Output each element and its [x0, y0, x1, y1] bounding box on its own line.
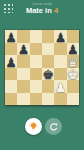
square-b6[interactable]: [17, 30, 29, 43]
square-e6[interactable]: ♟: [54, 30, 66, 43]
lightbulb-icon: [29, 122, 38, 131]
hint-button[interactable]: [25, 118, 42, 135]
title-prefix: Mate in: [26, 6, 54, 15]
square-a3[interactable]: [5, 68, 17, 81]
square-d5[interactable]: [42, 43, 54, 56]
square-c2[interactable]: [30, 80, 42, 93]
square-a5[interactable]: [5, 43, 17, 56]
square-b5[interactable]: ♟: [17, 43, 29, 56]
square-e3[interactable]: [54, 68, 66, 81]
square-e2[interactable]: ♟: [54, 80, 66, 93]
square-a2[interactable]: [5, 80, 17, 93]
square-d6[interactable]: [42, 30, 54, 43]
restart-arrow-icon: [49, 122, 59, 132]
page-title: Mate in 4: [0, 6, 84, 15]
controls-bar: [0, 118, 84, 135]
square-c3[interactable]: [30, 68, 42, 81]
square-b3[interactable]: [17, 68, 29, 81]
title-move-count: 4: [54, 6, 58, 15]
square-f2[interactable]: [67, 80, 79, 93]
restart-button[interactable]: [45, 118, 62, 135]
square-f1[interactable]: [67, 93, 79, 106]
square-c5[interactable]: [30, 43, 42, 56]
square-d3[interactable]: ♚: [42, 68, 54, 81]
square-f5[interactable]: ♟: [67, 43, 79, 56]
square-a4[interactable]: ♟: [5, 55, 17, 68]
square-c1[interactable]: [30, 93, 42, 106]
header: Casual mode Mate in 4: [0, 2, 84, 15]
square-c4[interactable]: [30, 55, 42, 68]
app-screen: { "game": "chess", "app": { "subtitle": …: [0, 0, 84, 150]
board: ♟♟♟♟♟♛♚♚♟: [5, 30, 79, 105]
square-b2[interactable]: [17, 80, 29, 93]
square-d4[interactable]: [42, 55, 54, 68]
square-d1[interactable]: [42, 93, 54, 106]
square-e5[interactable]: [54, 43, 66, 56]
square-f4[interactable]: ♛: [67, 55, 79, 68]
square-a6[interactable]: ♟: [5, 30, 17, 43]
mode-subtitle: Casual mode: [8, 2, 75, 5]
square-e1[interactable]: [54, 93, 66, 106]
square-f3[interactable]: ♚: [67, 68, 79, 81]
square-c6[interactable]: [30, 30, 42, 43]
square-b4[interactable]: [17, 55, 29, 68]
square-b1[interactable]: [17, 93, 29, 106]
square-f6[interactable]: [67, 30, 79, 43]
square-d2[interactable]: [42, 80, 54, 93]
square-a1[interactable]: [5, 93, 17, 106]
square-e4[interactable]: [54, 55, 66, 68]
